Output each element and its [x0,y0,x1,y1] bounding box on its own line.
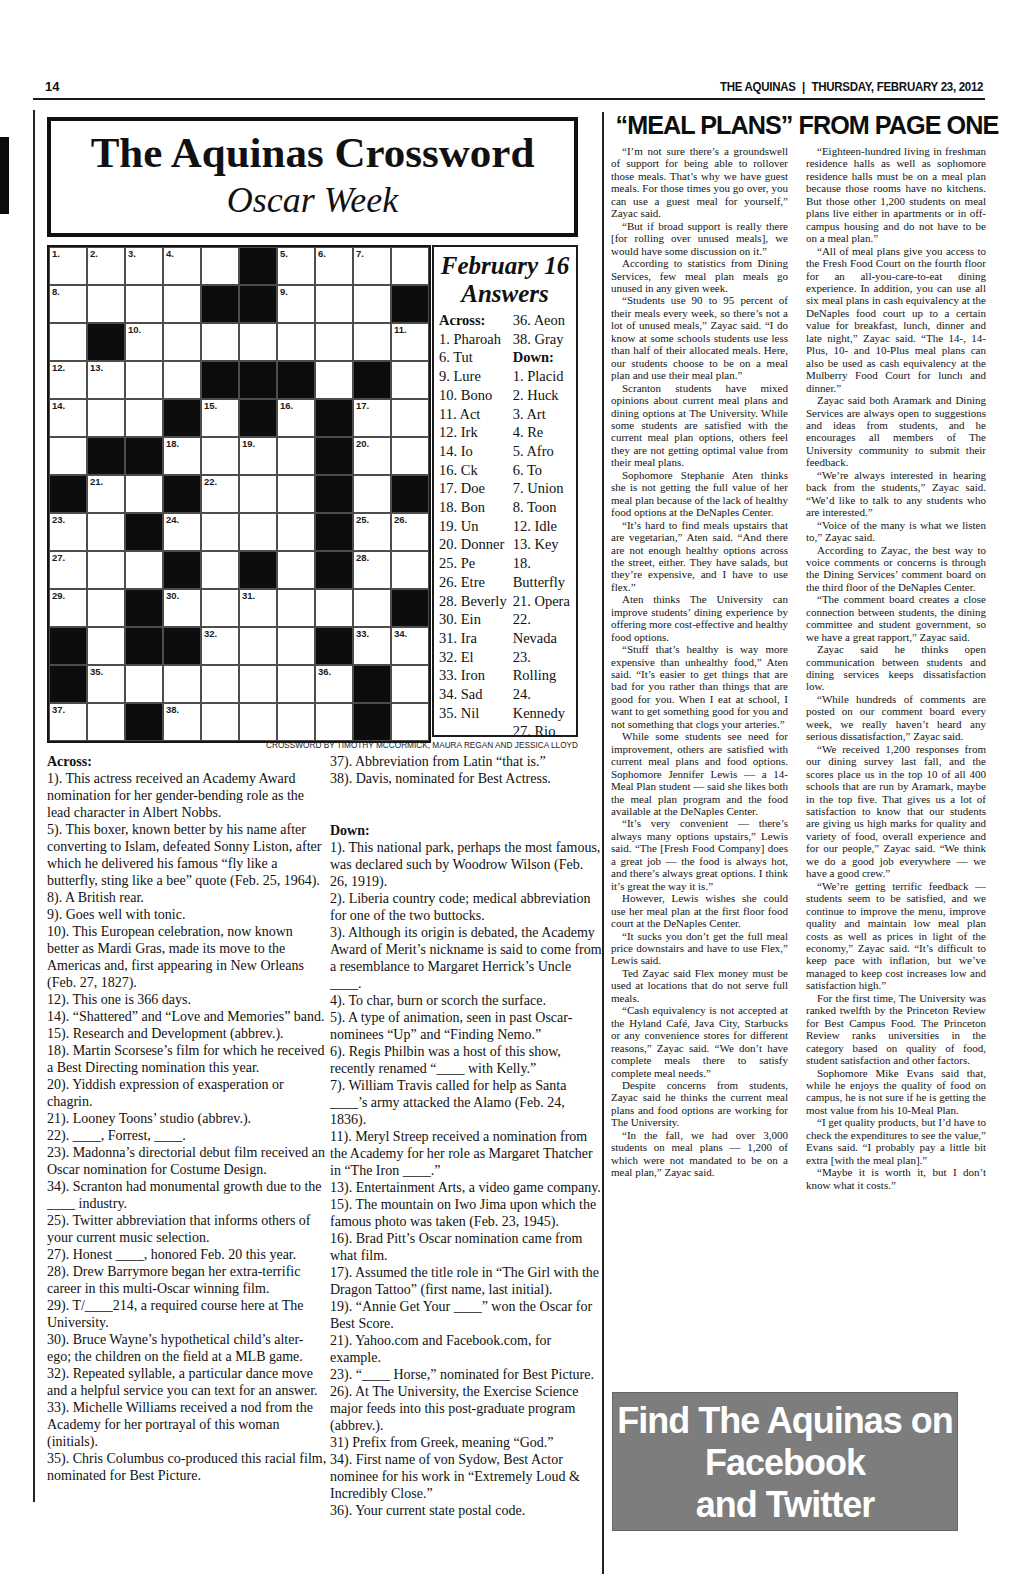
across-clue: 1). This actress received an Academy Awa… [47,770,327,821]
grid-cell[interactable] [391,399,429,437]
answer-item: 9. Lure [439,367,513,386]
grid-cell[interactable] [201,513,239,551]
down-clue: 4). To char, burn or scorch the surface. [330,992,602,1009]
grid-cell[interactable] [87,627,125,665]
grid-cell-black [87,437,125,475]
down-clue: 6). Regis Philbin was a host of this sho… [330,1043,602,1077]
article-paragraph: Zayac said he thinks open communication … [806,643,986,693]
answer-item: 27. Rio [513,722,573,737]
answer-item: 30. Ein [439,610,513,629]
down-clue: 2). Liberia country code; medical abbrev… [330,890,602,924]
answer-item: 1. Pharoah [439,330,513,349]
grid-cell[interactable] [277,437,315,475]
article-headline: “MEAL PLANS” FROM PAGE ONE [616,110,977,141]
down-clue: 21). Yahoo.com and Facebook.com, for exa… [330,1332,602,1366]
grid-cell-black [391,475,429,513]
grid-cell-black [163,399,201,437]
grid-cell[interactable] [201,247,239,285]
grid-cell-black [125,703,163,741]
cell-number: 16. [280,400,293,411]
clue-column-gap [330,787,602,822]
cell-number: 5. [280,248,288,259]
down-clue: 36). Your current state postal code. [330,1502,602,1519]
down-clue: 13). Entertainment Arts, a video game co… [330,1179,602,1196]
across-clue: 37). Abbreviation from Latin “that is.” [330,753,602,770]
grid-cell[interactable] [125,665,163,703]
cell-number: 21. [90,476,103,487]
across-clue: 5). This boxer, known better by his name… [47,821,327,889]
grid-cell[interactable] [201,589,239,627]
grid-cell[interactable] [163,285,201,323]
grid-cell[interactable]: 11. [391,323,429,361]
article-paragraph: “It’s hard to find meals upstairs that a… [611,519,788,594]
article-paragraph: “But if broad support is really there [f… [611,220,788,257]
grid-cell[interactable] [315,589,353,627]
grid-cell[interactable]: 1. [49,247,87,285]
answer-item: 18. Butterfly [513,554,573,591]
grid-cell-black [87,323,125,361]
grid-cell-black [49,665,87,703]
grid-cell[interactable] [201,551,239,589]
answer-item: 11. Act [439,405,513,424]
grid-cell[interactable] [87,589,125,627]
grid-cell-black [315,513,353,551]
grid-cell[interactable]: 9. [277,285,315,323]
across-clue: 23). Madonna’s directorial debut film re… [47,1144,327,1178]
grid-cell[interactable] [239,627,277,665]
cell-number: 3. [128,248,136,259]
grid-cell[interactable]: 35. [87,665,125,703]
grid-cell[interactable] [87,703,125,741]
article-paragraph: “I’m not sure there’s a groundswell of s… [611,145,788,220]
grid-cell[interactable] [277,703,315,741]
grid-cell[interactable]: 12. [49,361,87,399]
article-paragraph: “We’re getting terrific feedback — stude… [806,880,986,992]
across-clue: 14). “Shattered” and “Love and Memories”… [47,1008,327,1025]
article-paragraph: Ted Zayac said Flex money must be used a… [611,967,788,1004]
grid-cell[interactable] [87,513,125,551]
cell-number: 24. [166,514,179,525]
article-paragraph: “It’s very convenient — there’s always m… [611,817,788,892]
grid-cell[interactable]: 34. [391,627,429,665]
grid-cell[interactable]: 21. [87,475,125,513]
grid-cell[interactable]: 29. [49,589,87,627]
crossword-title-box: The Aquinas Crossword Oscar Week [47,117,578,237]
grid-cell-black [163,475,201,513]
header-divider: | [802,80,805,94]
issue-date: THURSDAY, FEBRUARY 23, 2012 [811,80,983,94]
across-clue: 12). This one is 366 days. [47,991,327,1008]
grid-cell[interactable]: 16. [277,399,315,437]
grid-cell[interactable] [239,703,277,741]
cell-number: 35. [90,666,103,677]
cell-number: 25. [356,514,369,525]
cell-number: 7. [356,248,364,259]
grid-cell[interactable] [125,285,163,323]
grid-cell-black [391,589,429,627]
across-clue: 33). Michelle Williams received a nod fr… [47,1399,327,1450]
grid-cell[interactable]: 20. [353,437,391,475]
across-clue: 10). This European celebration, now know… [47,923,327,991]
article-paragraph: “Cash equivalency is not accepted at the… [611,1004,788,1079]
grid-cell[interactable]: 10. [125,323,163,361]
grid-cell[interactable] [391,703,429,741]
grid-cell[interactable]: 5. [277,247,315,285]
grid-cell[interactable]: 30. [163,589,201,627]
across-clue: 21). Looney Toons’ studio (abbrev.). [47,1110,327,1127]
grid-cell[interactable] [239,665,277,703]
grid-cell[interactable]: 27. [49,551,87,589]
cell-number: 22. [204,476,217,487]
article-paragraph: While some students see need for improve… [611,730,788,817]
answer-item: 6. Tut [439,348,513,367]
grid-cell[interactable] [125,361,163,399]
article-paragraph: “The comment board creates a close conne… [806,593,986,643]
cell-number: 23. [52,514,65,525]
answer-item: 36. Aeon [513,311,573,330]
grid-cell-black [239,361,277,399]
grid-cell[interactable] [201,703,239,741]
grid-cell[interactable] [163,323,201,361]
scan-artifact-mark [0,137,9,214]
down-clue: 34). First name of von Sydow, Best Actor… [330,1451,602,1502]
article-paragraph: “Students use 90 to 95 percent of their … [611,294,788,381]
cell-number: 26. [394,514,407,525]
cell-number: 1. [52,248,60,259]
section-divider-rule [602,112,604,1574]
answer-item: 17. Doe [439,479,513,498]
grid-cell-black [163,551,201,589]
grid-cell[interactable] [201,665,239,703]
grid-cell-black [315,627,353,665]
article-column-2: “Eighteen-hundred living in freshman res… [806,145,986,1360]
down-clues-column: 37). Abbreviation from Latin “that is.”3… [330,753,602,1519]
grid-cell[interactable] [125,399,163,437]
grid-cell[interactable] [239,475,277,513]
publication-line: THE AQUINAS|THURSDAY, FEBRUARY 23, 2012 [720,80,983,94]
answer-item: 3. Art [513,405,573,424]
ad-text-line: Facebook [613,1442,957,1484]
answers-right-column: 36. Aeon38. GrayDown:1. Placid2. Huck3. … [513,311,573,737]
across-clue: 29). T/____214, a required course here a… [47,1297,327,1331]
grid-cell[interactable] [87,399,125,437]
answer-item: 12. Irk [439,423,513,442]
grid-cell[interactable] [87,285,125,323]
article-paragraph: For the first time, The University was r… [806,992,986,1067]
grid-cell[interactable]: 6. [315,247,353,285]
answers-box: February 16 Answers Across:1. Pharoah6. … [432,245,578,737]
grid-cell-black [201,361,239,399]
answer-item: 8. Toon [513,498,573,517]
across-clue: 38). Davis, nominated for Best Actress. [330,770,602,787]
grid-cell[interactable] [315,361,353,399]
answers-left-column: Across:1. Pharoah6. Tut9. Lure10. Bono11… [439,311,513,737]
down-clue: 16). Brad Pitt’s Oscar nomination came f… [330,1230,602,1264]
cell-number: 31. [242,590,255,601]
grid-cell[interactable] [87,551,125,589]
grid-cell-black [315,399,353,437]
article-paragraph: “We received 1,200 responses from our di… [806,743,986,880]
down-clue: 1). This national park, perhaps the most… [330,839,602,890]
grid-cell[interactable] [353,323,391,361]
cell-number: 19. [242,438,255,449]
answer-item: 33. Iron [439,666,513,685]
article-paragraph: Despite concerns from students, Zayac sa… [611,1079,788,1129]
grid-cell[interactable]: 19. [239,437,277,475]
cell-number: 37. [52,704,65,715]
cell-number: 12. [52,362,65,373]
answers-title-line1: February 16 [434,252,576,280]
article-paragraph: Aten thinks The University can improve s… [611,593,788,643]
article-column-1: “I’m not sure there’s a groundswell of s… [611,145,788,1360]
answer-item: 35. Nil [439,704,513,723]
cell-number: 8. [52,286,60,297]
grid-cell-black [277,361,315,399]
facebook-twitter-ad[interactable]: Find The Aquinas onFacebookand Twitter [612,1392,958,1531]
grid-cell-black [239,399,277,437]
answer-item: 13. Key [513,535,573,554]
grid-cell[interactable] [277,513,315,551]
grid-cell[interactable] [315,703,353,741]
answer-item: 22. Nevada [513,610,573,647]
across-clues-column: Across: 1). This actress received an Aca… [47,753,327,1484]
cell-number: 10. [128,324,141,335]
answer-item: 32. El [439,648,513,667]
down-clue: 11). Meryl Streep received a nomination … [330,1128,602,1179]
grid-cell[interactable]: 15. [201,399,239,437]
cell-number: 36. [318,666,331,677]
grid-cell[interactable] [49,437,87,475]
across-clue: 32). Repeated syllable, a particular dan… [47,1365,327,1399]
page-header: 14 THE AQUINAS|THURSDAY, FEBRUARY 23, 20… [33,76,985,100]
grid-cell[interactable]: 2. [87,247,125,285]
grid-cell[interactable] [391,665,429,703]
cell-number: 20. [356,438,369,449]
grid-cell[interactable]: 25. [353,513,391,551]
grid-cell[interactable]: 8. [49,285,87,323]
grid-cell-black [125,627,163,665]
left-column-rule [33,110,35,1502]
answer-item: 20. Donner [439,535,513,554]
grid-cell[interactable] [277,551,315,589]
article-paragraph: “Voice of the many is what we listen to,… [806,519,986,544]
grid-cell[interactable]: 13. [87,361,125,399]
answer-item: 34. Sad [439,685,513,704]
grid-cell-black [125,513,163,551]
grid-cell[interactable]: 22. [201,475,239,513]
grid-cell-black [239,285,277,323]
cell-number: 33. [356,628,369,639]
ad-text-line: Find The Aquinas on [613,1400,957,1442]
cell-number: 29. [52,590,65,601]
across-clue: 27). Honest ____, honored Feb. 20 this y… [47,1246,327,1263]
article-paragraph: Sophomore Mike Evans said that, while he… [806,1067,986,1117]
down-clue: 7). William Travis called for help as Sa… [330,1077,602,1128]
down-clue: 23). “____ Horse,” nominated for Best Pi… [330,1366,602,1383]
grid-cell[interactable] [353,285,391,323]
grid-cell[interactable] [125,551,163,589]
grid-cell[interactable]: 23. [49,513,87,551]
article-paragraph: Scranton students have mixed opinions ab… [611,382,788,469]
grid-cell[interactable] [353,475,391,513]
cell-number: 14. [52,400,65,411]
grid-cell[interactable]: 28. [353,551,391,589]
grid-cell-black [315,437,353,475]
answer-item: 23. Rolling [513,648,573,685]
page-number: 14 [45,79,59,94]
across-clue: 20). Yiddish expression of exasperation … [47,1076,327,1110]
cell-number: 18. [166,438,179,449]
answer-item: 1. Placid [513,367,573,386]
grid-cell-black [315,475,353,513]
article-paragraph: “All of meal plans give you access to th… [806,245,986,394]
article-paragraph: “It sucks you don’t get the full meal pr… [611,930,788,967]
answers-section-heading: Across: [439,311,513,330]
answer-item: 25. Pe [439,554,513,573]
cell-number: 6. [318,248,326,259]
cell-number: 13. [90,362,103,373]
grid-cell[interactable]: 17. [353,399,391,437]
grid-cell[interactable] [239,513,277,551]
answer-item: 31. Ira [439,629,513,648]
down-clue: 17). Assumed the title role in “The Girl… [330,1264,602,1298]
grid-cell[interactable] [49,323,87,361]
grid-cell[interactable]: 33. [353,627,391,665]
grid-cell[interactable] [277,323,315,361]
grid-cell[interactable] [239,323,277,361]
answer-item: 12. Idle [513,517,573,536]
crossword-byline: CROSSWORD BY TIMOTHY MCCORMICK, MAURA RE… [63,740,578,750]
grid-cell[interactable]: 37. [49,703,87,741]
cell-number: 11. [394,324,407,335]
down-clue: 5). A type of animation, seen in past Os… [330,1009,602,1043]
cell-number: 38. [166,704,179,715]
grid-cell[interactable] [391,247,429,285]
answer-item: 21. Opera [513,592,573,611]
answer-item: 5. Afro [513,442,573,461]
grid-cell[interactable] [277,627,315,665]
article-paragraph: However, Lewis wishes she could use her … [611,892,788,929]
crossword-grid: 1.2.3.4.5.6.7.8.9.10.11.12.13.14.15.16.1… [47,245,431,743]
article-paragraph: “In the fall, we had over 3,000 students… [611,1129,788,1179]
cell-number: 4. [166,248,174,259]
down-heading: Down: [330,822,602,839]
answers-title-line2: Answers [434,280,576,308]
cell-number: 30. [166,590,179,601]
across-clue: 9). Goes well with tonic. [47,906,327,923]
cell-number: 27. [52,552,65,563]
down-clue: 3). Although its origin is debated, the … [330,924,602,992]
grid-cell[interactable]: 24. [163,513,201,551]
cell-number: 34. [394,628,407,639]
article-paragraph: “I get quality products, but I’d have to… [806,1116,986,1166]
grid-cell-black [163,627,201,665]
grid-cell[interactable]: 38. [163,703,201,741]
answer-item: 16. Ck [439,461,513,480]
grid-cell[interactable]: 26. [391,513,429,551]
across-clue: 35). Chris Columbus co-produced this rac… [47,1450,327,1484]
answers-section-heading: Down: [513,348,573,367]
article-paragraph: “We’re always interested in hearing back… [806,469,986,519]
grid-cell-black [239,551,277,589]
grid-cell-black [353,361,391,399]
publication-name: THE AQUINAS [720,80,796,94]
grid-cell[interactable]: 18. [163,437,201,475]
article-paragraph: “Eighteen-hundred living in freshman res… [806,145,986,245]
cell-number: 17. [356,400,369,411]
grid-cell[interactable] [391,437,429,475]
grid-cell[interactable] [125,475,163,513]
cell-number: 9. [280,286,288,297]
grid-cell-black [239,247,277,285]
across-clue: 30). Bruce Wayne’s hypothetical child’s … [47,1331,327,1365]
down-clue: 26). At The University, the Exercise Sci… [330,1383,602,1434]
answer-item: 7. Union [513,479,573,498]
answer-item: 2. Huck [513,386,573,405]
down-clue: 31) Prefix from Greek, meaning “God.” [330,1434,602,1451]
answer-item: 24. Kennedy [513,685,573,722]
across-heading: Across: [47,753,327,770]
grid-cell-black [353,665,391,703]
grid-cell[interactable] [353,589,391,627]
grid-cell[interactable] [277,665,315,703]
grid-cell-black [49,627,87,665]
grid-cell[interactable] [163,361,201,399]
grid-cell[interactable]: 3. [125,247,163,285]
grid-cell-black [49,475,87,513]
grid-cell[interactable]: 14. [49,399,87,437]
grid-cell[interactable]: 32. [201,627,239,665]
cell-number: 28. [356,552,369,563]
down-clue: 19). “Annie Get Your ____” won the Oscar… [330,1298,602,1332]
grid-cell[interactable] [391,551,429,589]
across-clue: 18). Martin Scorsese’s film for which he… [47,1042,327,1076]
across-clue: 8). A British rear. [47,889,327,906]
grid-cell[interactable]: 7. [353,247,391,285]
answer-item: 4. Re [513,423,573,442]
grid-cell[interactable]: 4. [163,247,201,285]
answer-item: 14. Io [439,442,513,461]
grid-cell-black [125,589,163,627]
grid-cell-black [201,285,239,323]
newspaper-page: 14 THE AQUINAS|THURSDAY, FEBRUARY 23, 20… [0,0,1020,1576]
across-clue: 34). Scranton had monumental growth due … [47,1178,327,1212]
answer-item: 6. To [513,461,573,480]
grid-cell[interactable]: 31. [239,589,277,627]
grid-cell[interactable] [163,665,201,703]
grid-cell[interactable] [315,285,353,323]
answer-item: 10. Bono [439,386,513,405]
grid-cell[interactable] [277,475,315,513]
grid-cell[interactable]: 36. [315,665,353,703]
article-paragraph: Zayac said both Aramark and Dining Servi… [806,394,986,469]
article-paragraph: “While hundreds of comments are posted o… [806,693,986,743]
grid-cell[interactable] [315,323,353,361]
cell-number: 15. [204,400,217,411]
down-clue: 15). The mountain on Iwo Jima upon which… [330,1196,602,1230]
grid-cell[interactable] [201,323,239,361]
article-paragraph: “Maybe it is worth it, but I don’t know … [806,1166,986,1191]
grid-cell[interactable] [277,589,315,627]
article-paragraph: “Stuff that’s healthy is way more expens… [611,643,788,730]
grid-cell[interactable] [391,361,429,399]
across-clue: 28). Drew Barrymore began her extra-terr… [47,1263,327,1297]
grid-cell[interactable] [201,437,239,475]
article-paragraph: According to Zayac, the best way to voic… [806,544,986,594]
crossword-subtitle: Oscar Week [51,179,574,221]
answers-title: February 16 Answers [434,252,576,308]
answer-item: 18. Bon [439,498,513,517]
